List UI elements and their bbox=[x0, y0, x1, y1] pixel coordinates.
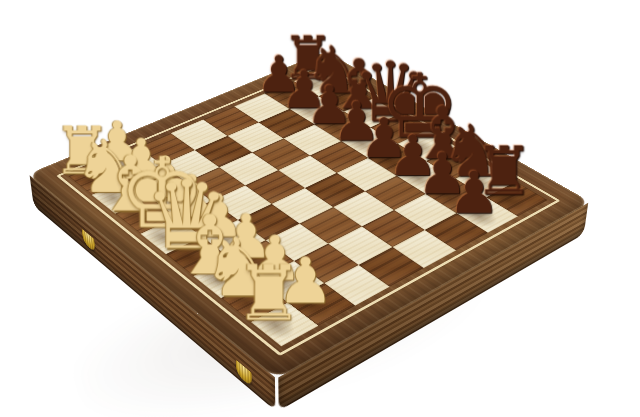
folding-chess-box: ♜♞♝♛♚♝♞♜♟♟♟♟♟♟♟♟♟♟♟♟♟♟♟♟♜♞♝♚♛♝♞♜ bbox=[27, 51, 591, 380]
brass-clasp-front-right bbox=[233, 357, 254, 403]
brass-clasp-front-left bbox=[80, 227, 99, 268]
square-e6 bbox=[337, 158, 396, 191]
clasp-shell-icon bbox=[236, 359, 252, 387]
chess-board-grid: ♜♞♝♛♚♝♞♜♟♟♟♟♟♟♟♟♟♟♟♟♟♟♟♟♜♞♝♚♛♝♞♜ bbox=[68, 69, 547, 346]
chess-set-scene: ♜♞♝♛♚♝♞♜♟♟♟♟♟♟♟♟♟♟♟♟♟♟♟♟♜♞♝♚♛♝♞♜ bbox=[0, 0, 640, 417]
product-photo-page: ♜♞♝♛♚♝♞♜♟♟♟♟♟♟♟♟♟♟♟♟♟♟♟♟♜♞♝♚♛♝♞♜ bbox=[0, 0, 640, 417]
board-frame: ♜♞♝♛♚♝♞♜♟♟♟♟♟♟♟♟♟♟♟♟♟♟♟♟♜♞♝♚♛♝♞♜ bbox=[27, 51, 591, 380]
clasp-shell-icon bbox=[82, 229, 96, 253]
